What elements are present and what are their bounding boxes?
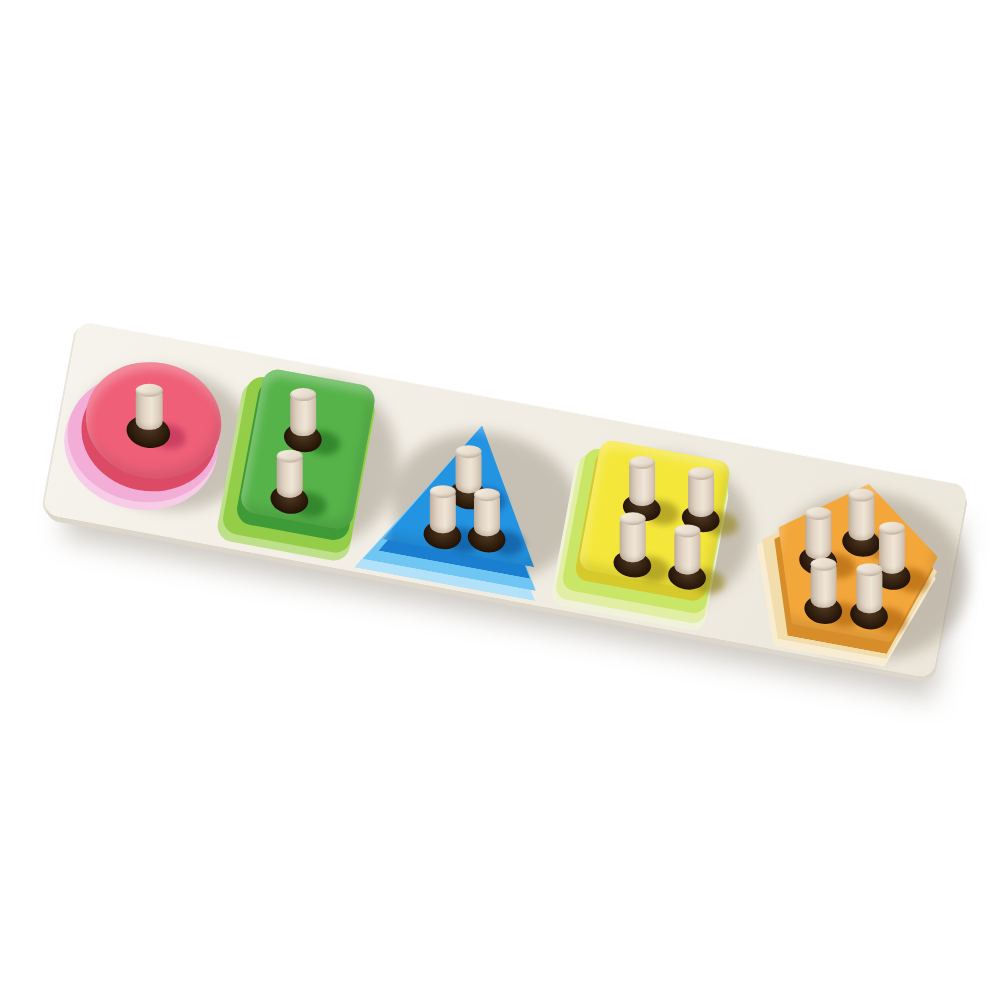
peg-cap [810,558,836,571]
peg-cap [135,384,162,397]
peg-cap [290,388,316,401]
peg-cap [878,522,904,535]
peg-cap [619,512,645,525]
peg-cap [473,488,499,501]
peg-cap [429,485,455,498]
peg-cap [674,524,700,537]
puzzle-board-plank [42,320,968,679]
peg-cap [688,467,714,480]
peg-cap [856,563,882,576]
peg-cap [805,507,831,520]
peg-cap [848,489,874,502]
product-photo-scene [0,0,1000,1000]
peg-cap [455,445,481,458]
peg-cap [629,456,655,469]
peg-cap [276,450,302,463]
